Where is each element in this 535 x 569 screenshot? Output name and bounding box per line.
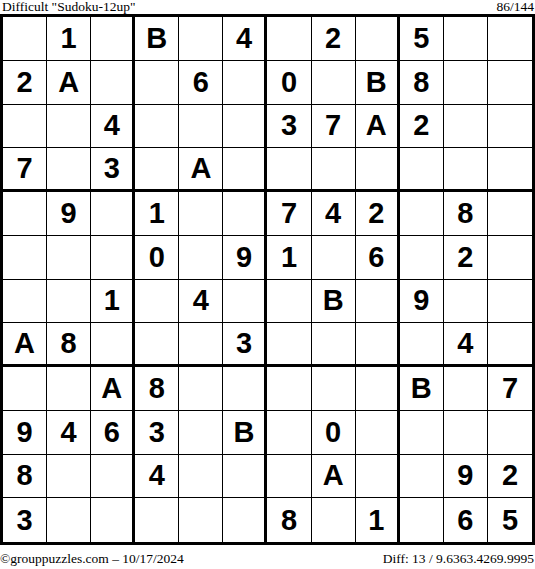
cell-r2c5-given: 6 <box>179 61 223 105</box>
cell-r2c9-given: B <box>356 61 400 105</box>
cell-r7c8-given: B <box>312 280 356 324</box>
cell-r1c4-given: B <box>135 17 179 61</box>
cell-r11c2-empty <box>47 455 91 499</box>
cell-r12c12-given: 5 <box>488 498 532 542</box>
sudoku-grid: 1B4252A60B8437A273A9174280916214B9A834A8… <box>0 14 535 545</box>
cell-r10c1-given: 9 <box>3 411 47 455</box>
cell-r8c11-given: 4 <box>444 323 488 367</box>
cell-r2c7-given: 0 <box>267 61 311 105</box>
cell-r3c12-empty <box>488 105 532 149</box>
cell-r5c5-empty <box>179 192 223 236</box>
cell-r8c3-empty <box>91 323 135 367</box>
cell-r9c2-empty <box>47 367 91 411</box>
cell-r3c3-given: 4 <box>91 105 135 149</box>
cell-r8c1-given: A <box>3 323 47 367</box>
cell-r1c2-given: 1 <box>47 17 91 61</box>
cell-r9c1-empty <box>3 367 47 411</box>
cell-r11c5-empty <box>179 455 223 499</box>
cell-r8c4-empty <box>135 323 179 367</box>
cell-r8c6-given: 3 <box>223 323 267 367</box>
cell-r1c1-empty <box>3 17 47 61</box>
cell-r7c1-empty <box>3 280 47 324</box>
cell-r7c4-empty <box>135 280 179 324</box>
cell-r3c11-empty <box>444 105 488 149</box>
cell-r8c7-empty <box>267 323 311 367</box>
cell-r1c5-empty <box>179 17 223 61</box>
cell-r1c3-empty <box>91 17 135 61</box>
cell-r7c12-empty <box>488 280 532 324</box>
cell-r7c11-empty <box>444 280 488 324</box>
cell-r11c11-given: 9 <box>444 455 488 499</box>
cell-r10c10-empty <box>400 411 444 455</box>
cell-r8c9-empty <box>356 323 400 367</box>
cell-r12c10-empty <box>400 498 444 542</box>
cell-r8c8-empty <box>312 323 356 367</box>
cell-r11c3-empty <box>91 455 135 499</box>
cell-r1c12-empty <box>488 17 532 61</box>
cell-r2c10-given: 8 <box>400 61 444 105</box>
cell-r1c6-given: 4 <box>223 17 267 61</box>
cell-r3c2-empty <box>47 105 91 149</box>
cell-r5c2-given: 9 <box>47 192 91 236</box>
cell-r12c9-given: 1 <box>356 498 400 542</box>
cell-r4c11-empty <box>444 148 488 192</box>
cell-r6c11-given: 2 <box>444 236 488 280</box>
cell-r6c1-empty <box>3 236 47 280</box>
page-header: Difficult "Sudoku-12up" 86/144 <box>2 0 534 14</box>
puzzle-counter: 86/144 <box>496 0 534 14</box>
cell-r4c4-empty <box>135 148 179 192</box>
cell-r7c7-empty <box>267 280 311 324</box>
cell-r5c6-empty <box>223 192 267 236</box>
cell-r3c9-given: A <box>356 105 400 149</box>
cell-r4c10-empty <box>400 148 444 192</box>
puzzle-page: Difficult "Sudoku-12up" 86/144 1B4252A60… <box>0 0 535 569</box>
cell-r3c1-empty <box>3 105 47 149</box>
cell-r3c6-empty <box>223 105 267 149</box>
cell-r10c11-empty <box>444 411 488 455</box>
cell-r2c8-empty <box>312 61 356 105</box>
cell-r4c6-empty <box>223 148 267 192</box>
cell-r4c2-empty <box>47 148 91 192</box>
cell-r9c12-given: 7 <box>488 367 532 411</box>
cell-r4c3-given: 3 <box>91 148 135 192</box>
cell-r5c12-empty <box>488 192 532 236</box>
cell-r6c9-given: 6 <box>356 236 400 280</box>
cell-r6c4-given: 0 <box>135 236 179 280</box>
cell-r6c5-empty <box>179 236 223 280</box>
cell-r4c12-empty <box>488 148 532 192</box>
cell-r11c7-empty <box>267 455 311 499</box>
cell-r10c12-empty <box>488 411 532 455</box>
cell-r9c10-given: B <box>400 367 444 411</box>
cell-r5c10-empty <box>400 192 444 236</box>
cell-r5c3-empty <box>91 192 135 236</box>
cell-r2c6-empty <box>223 61 267 105</box>
cell-r9c3-given: A <box>91 367 135 411</box>
cell-r3c4-empty <box>135 105 179 149</box>
cell-r12c4-empty <box>135 498 179 542</box>
cell-r7c2-empty <box>47 280 91 324</box>
cell-r11c4-given: 4 <box>135 455 179 499</box>
cell-r11c12-given: 2 <box>488 455 532 499</box>
cell-r8c5-empty <box>179 323 223 367</box>
cell-r9c9-empty <box>356 367 400 411</box>
cell-r10c9-empty <box>356 411 400 455</box>
cell-r12c7-given: 8 <box>267 498 311 542</box>
cell-r12c8-empty <box>312 498 356 542</box>
cell-r8c2-given: 8 <box>47 323 91 367</box>
cell-r11c10-empty <box>400 455 444 499</box>
cell-r3c10-given: 2 <box>400 105 444 149</box>
cell-r10c7-empty <box>267 411 311 455</box>
cell-r4c8-empty <box>312 148 356 192</box>
page-footer: ©grouppuzzles.com – 10/17/2024 Diff: 13 … <box>0 550 534 567</box>
cell-r12c11-given: 6 <box>444 498 488 542</box>
cell-r9c5-empty <box>179 367 223 411</box>
cell-r11c6-empty <box>223 455 267 499</box>
cell-r9c4-given: 8 <box>135 367 179 411</box>
copyright-text: ©grouppuzzles.com – 10/17/2024 <box>0 551 184 567</box>
cell-r1c11-empty <box>444 17 488 61</box>
cell-r5c9-given: 2 <box>356 192 400 236</box>
cell-r12c3-empty <box>91 498 135 542</box>
cell-r12c6-empty <box>223 498 267 542</box>
cell-r5c7-given: 7 <box>267 192 311 236</box>
cell-r11c1-given: 8 <box>3 455 47 499</box>
cell-r12c1-given: 3 <box>3 498 47 542</box>
cell-r4c7-empty <box>267 148 311 192</box>
cell-r5c11-given: 8 <box>444 192 488 236</box>
cell-r7c3-given: 1 <box>91 280 135 324</box>
cell-r4c9-empty <box>356 148 400 192</box>
cell-r10c8-given: 0 <box>312 411 356 455</box>
cell-r12c2-empty <box>47 498 91 542</box>
cell-r2c11-empty <box>444 61 488 105</box>
cell-r11c8-given: A <box>312 455 356 499</box>
cell-r1c10-given: 5 <box>400 17 444 61</box>
cell-r10c3-given: 6 <box>91 411 135 455</box>
cell-r9c6-empty <box>223 367 267 411</box>
cell-r10c5-empty <box>179 411 223 455</box>
difficulty-text: Diff: 13 / 9.6363.4269.9995 <box>383 551 534 567</box>
cell-r8c10-empty <box>400 323 444 367</box>
cell-r1c9-empty <box>356 17 400 61</box>
cell-r10c2-given: 4 <box>47 411 91 455</box>
cell-r8c12-empty <box>488 323 532 367</box>
cell-r3c8-given: 7 <box>312 105 356 149</box>
cell-r3c5-empty <box>179 105 223 149</box>
cell-r2c2-given: A <box>47 61 91 105</box>
cell-r9c8-empty <box>312 367 356 411</box>
cell-r3c7-given: 3 <box>267 105 311 149</box>
cell-r10c6-given: B <box>223 411 267 455</box>
cell-r5c8-given: 4 <box>312 192 356 236</box>
cell-r6c6-given: 9 <box>223 236 267 280</box>
cell-r2c1-given: 2 <box>3 61 47 105</box>
cell-r12c5-empty <box>179 498 223 542</box>
cell-r2c12-empty <box>488 61 532 105</box>
cell-r5c4-given: 1 <box>135 192 179 236</box>
cell-r7c6-empty <box>223 280 267 324</box>
cell-r5c1-empty <box>3 192 47 236</box>
cell-r6c2-empty <box>47 236 91 280</box>
cell-r4c1-given: 7 <box>3 148 47 192</box>
cell-r7c10-given: 9 <box>400 280 444 324</box>
cell-r7c5-given: 4 <box>179 280 223 324</box>
cell-r6c8-empty <box>312 236 356 280</box>
cell-r6c12-empty <box>488 236 532 280</box>
cell-r4c5-given: A <box>179 148 223 192</box>
cell-r9c11-empty <box>444 367 488 411</box>
cell-r2c4-empty <box>135 61 179 105</box>
cell-r6c10-empty <box>400 236 444 280</box>
cell-r1c8-given: 2 <box>312 17 356 61</box>
puzzle-title: Difficult "Sudoku-12up" <box>2 0 135 14</box>
cell-r6c7-given: 1 <box>267 236 311 280</box>
cell-r6c3-empty <box>91 236 135 280</box>
cell-r7c9-empty <box>356 280 400 324</box>
cell-r9c7-empty <box>267 367 311 411</box>
cell-r10c4-given: 3 <box>135 411 179 455</box>
cell-r11c9-empty <box>356 455 400 499</box>
cell-r1c7-empty <box>267 17 311 61</box>
cell-r2c3-empty <box>91 61 135 105</box>
